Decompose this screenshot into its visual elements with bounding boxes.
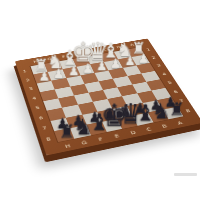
piece-white-pawn-h2: ♟ xyxy=(38,70,51,83)
watermark xyxy=(174,173,197,176)
board-frame: HGFEDCBA HGFEDCBA 12345678 12345678 ♜♞♝♚… xyxy=(15,38,200,155)
piece-white-pawn-a2: ♟ xyxy=(137,52,149,64)
piece-black-rook-h8: ♜ xyxy=(57,122,76,141)
piece-white-pawn-f2: ♟ xyxy=(67,64,80,77)
square-a4 xyxy=(141,71,160,82)
piece-white-pawn-d2: ♟ xyxy=(95,59,108,72)
piece-white-pawn-c2: ♟ xyxy=(109,57,121,69)
square-a5 xyxy=(146,79,166,90)
piece-white-pawn-g2: ♟ xyxy=(53,67,66,80)
piece-white-pawn-e2: ♟ xyxy=(81,62,94,75)
square-b5 xyxy=(132,82,151,94)
chess-board: HGFEDCBA HGFEDCBA 12345678 12345678 ♜♞♝♚… xyxy=(15,38,200,155)
piece-white-pawn-b2: ♟ xyxy=(123,55,135,67)
chess-set-photo: HGFEDCBA HGFEDCBA 12345678 12345678 ♜♞♝♚… xyxy=(0,0,200,200)
square-h8: ♜ xyxy=(54,128,74,142)
